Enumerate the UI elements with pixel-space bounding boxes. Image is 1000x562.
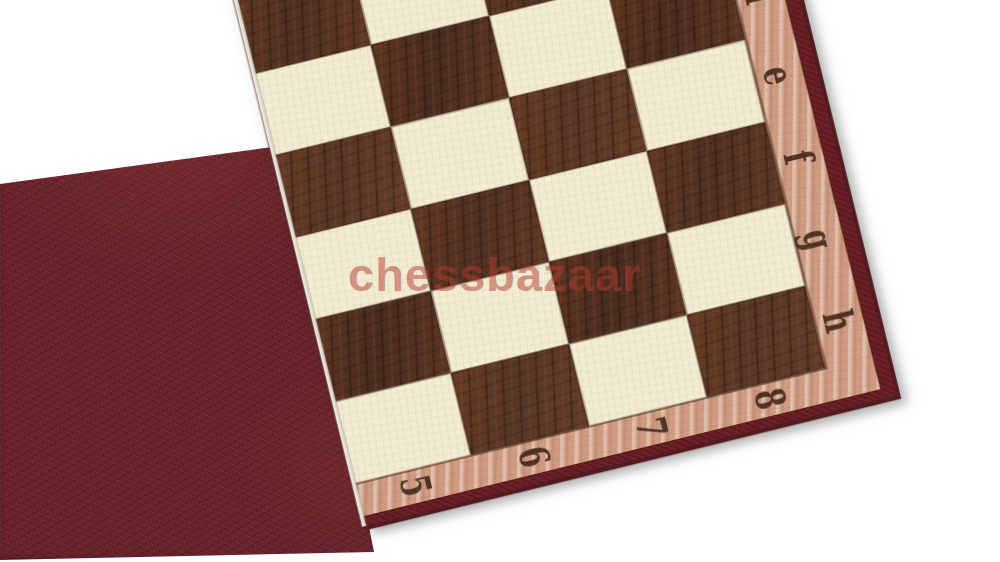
file-label-d: d	[733, 0, 785, 9]
file-label-f: f	[774, 145, 824, 169]
watermark-text: chessbazaar	[348, 247, 641, 302]
product-photo-scene: abcdefgh 5678 chessbazaar	[0, 0, 1000, 562]
file-label-e: e	[753, 61, 805, 90]
file-label-g: g	[793, 224, 845, 255]
rank-label-7: 7	[626, 412, 678, 443]
rank-label-8: 8	[744, 383, 796, 414]
rank-label-6: 6	[508, 441, 560, 472]
file-label-h: h	[813, 305, 865, 337]
rank-label-5: 5	[390, 470, 442, 501]
